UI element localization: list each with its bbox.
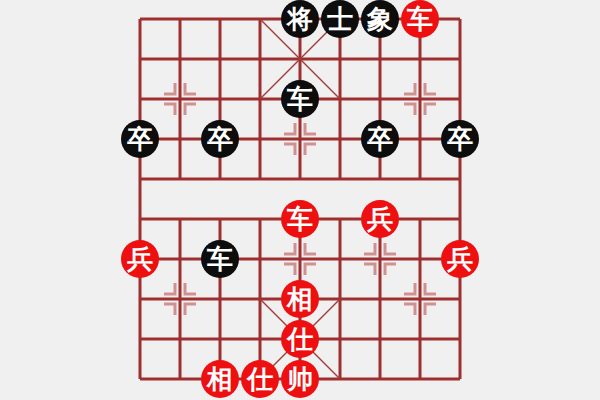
board-point: 兵 [120,239,160,279]
board-point: 卒 [120,119,160,159]
board-point: 相 [280,279,320,319]
piece-black-chariot[interactable]: 车 [281,80,319,118]
board-point: 象 [360,0,400,39]
piece-red-pawn[interactable]: 兵 [121,240,159,278]
board-point: 相 [200,359,240,399]
board-point: 卒 [440,119,480,159]
piece-black-pawn[interactable]: 卒 [201,120,239,158]
board-point: 兵 [360,199,400,239]
board-point: 士 [320,0,360,39]
piece-black-pawn[interactable]: 卒 [361,120,399,158]
board-point: 仕 [240,359,280,399]
piece-black-pawn[interactable]: 卒 [441,120,479,158]
board-point: 车 [280,79,320,119]
board-point: 车 [200,239,240,279]
piece-black-advisor[interactable]: 士 [321,0,359,38]
piece-red-pawn[interactable]: 兵 [361,200,399,238]
piece-red-advisor[interactable]: 仕 [241,360,279,398]
piece-black-elephant[interactable]: 象 [361,0,399,38]
piece-black-chariot[interactable]: 车 [201,240,239,278]
piece-red-chariot[interactable]: 车 [281,200,319,238]
board-point: 卒 [200,119,240,159]
piece-red-pawn[interactable]: 兵 [441,240,479,278]
xiangqi-app: 将士象车车卒卒卒卒车兵兵车兵相仕相仕帅 [0,0,600,400]
board-point: 卒 [360,119,400,159]
piece-red-elephant[interactable]: 相 [201,360,239,398]
board-point: 将 [280,0,320,39]
piece-red-elephant[interactable]: 相 [281,280,319,318]
xiangqi-board[interactable]: 将士象车车卒卒卒卒车兵兵车兵相仕相仕帅 [120,0,480,399]
board-point: 仕 [280,319,320,359]
piece-black-general[interactable]: 将 [281,0,319,38]
piece-red-king[interactable]: 帅 [281,360,319,398]
board-point: 帅 [280,359,320,399]
piece-black-pawn[interactable]: 卒 [121,120,159,158]
board-point: 兵 [440,239,480,279]
piece-red-advisor[interactable]: 仕 [281,320,319,358]
board-point: 车 [400,0,440,39]
piece-red-chariot[interactable]: 车 [401,0,439,38]
board-point: 车 [280,199,320,239]
